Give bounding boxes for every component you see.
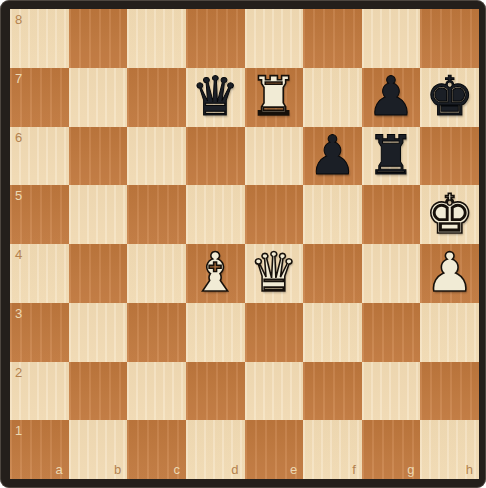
square-b3[interactable] <box>69 303 128 362</box>
square-f8[interactable] <box>303 9 362 68</box>
black-pawn-f6[interactable]: ♟ <box>303 127 362 186</box>
black-rook-g6[interactable]: ♜ <box>362 127 421 186</box>
file-label-f: f <box>352 463 356 476</box>
square-a7[interactable]: 7 <box>10 68 69 127</box>
chess-board: 87♛♜♟♚6♟♜5♚4♝♛♟321abcdefgh <box>10 9 479 479</box>
rank-label-5: 5 <box>15 189 22 202</box>
square-h7[interactable]: ♚ <box>420 68 479 127</box>
square-g3[interactable] <box>362 303 421 362</box>
board-frame: 87♛♜♟♚6♟♜5♚4♝♛♟321abcdefgh <box>0 0 486 488</box>
square-f4[interactable] <box>303 244 362 303</box>
square-d6[interactable] <box>186 127 245 186</box>
square-e1[interactable]: e <box>245 420 304 479</box>
square-d4[interactable]: ♝ <box>186 244 245 303</box>
square-a4[interactable]: 4 <box>10 244 69 303</box>
square-b8[interactable] <box>69 9 128 68</box>
white-bishop-d4[interactable]: ♝ <box>186 244 245 303</box>
square-f2[interactable] <box>303 362 362 421</box>
square-a6[interactable]: 6 <box>10 127 69 186</box>
square-c6[interactable] <box>127 127 186 186</box>
square-e5[interactable] <box>245 185 304 244</box>
square-d5[interactable] <box>186 185 245 244</box>
file-label-a: a <box>55 463 62 476</box>
square-b4[interactable] <box>69 244 128 303</box>
square-d8[interactable] <box>186 9 245 68</box>
square-g6[interactable]: ♜ <box>362 127 421 186</box>
square-d1[interactable]: d <box>186 420 245 479</box>
white-queen-e4[interactable]: ♛ <box>245 244 304 303</box>
square-e2[interactable] <box>245 362 304 421</box>
square-g8[interactable] <box>362 9 421 68</box>
square-h6[interactable] <box>420 127 479 186</box>
square-g4[interactable] <box>362 244 421 303</box>
square-f6[interactable]: ♟ <box>303 127 362 186</box>
rank-label-8: 8 <box>15 13 22 26</box>
square-c8[interactable] <box>127 9 186 68</box>
rank-label-7: 7 <box>15 72 22 85</box>
file-label-h: h <box>466 463 473 476</box>
square-h4[interactable]: ♟ <box>420 244 479 303</box>
square-h3[interactable] <box>420 303 479 362</box>
square-e4[interactable]: ♛ <box>245 244 304 303</box>
rank-label-3: 3 <box>15 307 22 320</box>
square-f5[interactable] <box>303 185 362 244</box>
square-e6[interactable] <box>245 127 304 186</box>
square-g2[interactable] <box>362 362 421 421</box>
square-c2[interactable] <box>127 362 186 421</box>
square-e8[interactable] <box>245 9 304 68</box>
square-f3[interactable] <box>303 303 362 362</box>
file-label-e: e <box>290 463 297 476</box>
square-e3[interactable] <box>245 303 304 362</box>
square-b1[interactable]: b <box>69 420 128 479</box>
file-label-d: d <box>231 463 238 476</box>
square-g1[interactable]: g <box>362 420 421 479</box>
square-e7[interactable]: ♜ <box>245 68 304 127</box>
square-d2[interactable] <box>186 362 245 421</box>
square-a3[interactable]: 3 <box>10 303 69 362</box>
square-d3[interactable] <box>186 303 245 362</box>
white-king-h5[interactable]: ♚ <box>420 185 479 244</box>
square-c4[interactable] <box>127 244 186 303</box>
square-g5[interactable] <box>362 185 421 244</box>
file-label-g: g <box>407 463 414 476</box>
square-d7[interactable]: ♛ <box>186 68 245 127</box>
square-h1[interactable]: h <box>420 420 479 479</box>
square-h8[interactable] <box>420 9 479 68</box>
file-label-b: b <box>114 463 121 476</box>
square-a5[interactable]: 5 <box>10 185 69 244</box>
square-f1[interactable]: f <box>303 420 362 479</box>
black-pawn-g7[interactable]: ♟ <box>362 68 421 127</box>
rank-label-6: 6 <box>15 131 22 144</box>
rank-label-1: 1 <box>15 424 22 437</box>
square-c7[interactable] <box>127 68 186 127</box>
square-c5[interactable] <box>127 185 186 244</box>
file-label-c: c <box>173 463 180 476</box>
square-a1[interactable]: 1a <box>10 420 69 479</box>
square-a2[interactable]: 2 <box>10 362 69 421</box>
square-h5[interactable]: ♚ <box>420 185 479 244</box>
square-a8[interactable]: 8 <box>10 9 69 68</box>
square-h2[interactable] <box>420 362 479 421</box>
square-b2[interactable] <box>69 362 128 421</box>
square-b6[interactable] <box>69 127 128 186</box>
black-king-h7[interactable]: ♚ <box>420 68 479 127</box>
black-queen-d7[interactable]: ♛ <box>186 68 245 127</box>
square-b7[interactable] <box>69 68 128 127</box>
white-pawn-h4[interactable]: ♟ <box>420 244 479 303</box>
square-c3[interactable] <box>127 303 186 362</box>
square-b5[interactable] <box>69 185 128 244</box>
rank-label-4: 4 <box>15 248 22 261</box>
square-c1[interactable]: c <box>127 420 186 479</box>
rank-label-2: 2 <box>15 366 22 379</box>
square-g7[interactable]: ♟ <box>362 68 421 127</box>
white-rook-e7[interactable]: ♜ <box>245 68 304 127</box>
square-f7[interactable] <box>303 68 362 127</box>
